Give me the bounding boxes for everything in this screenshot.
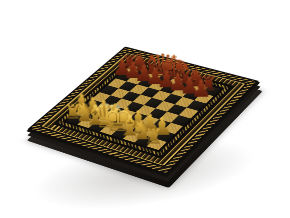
red-pawn-h7[interactable]: ♟ bbox=[183, 59, 219, 101]
chess-set-photo: ♜♞♝♛♚♝♞♜♟♟♟♟♟♟♟♟♟♟♟♟♟♟♟♟♜♞♝♛♚♝♞♜ bbox=[0, 0, 290, 218]
white-rook-h1[interactable]: ♜ bbox=[135, 103, 173, 147]
